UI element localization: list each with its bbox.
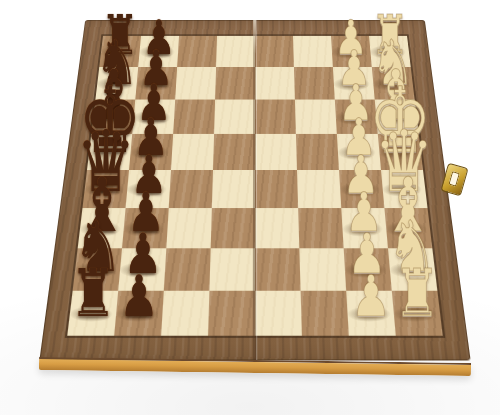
- black-rook[interactable]: ♜: [70, 261, 116, 327]
- photo-stage: ♜♟♟♜♞♟♟♞♝♟♟♝♚♟♟♚♛♟♟♛♝♟♟♝♞♟♟♞♜♟♟♜: [0, 0, 500, 415]
- black-pawn[interactable]: ♟: [119, 269, 159, 326]
- white-pawn[interactable]: ♟: [351, 269, 391, 326]
- latch-hole: [448, 171, 460, 187]
- white-rook[interactable]: ♜: [394, 261, 440, 327]
- pieces-layer: ♜♟♟♜♞♟♟♞♝♟♟♝♚♟♟♚♛♟♟♛♝♟♟♝♞♟♟♞♜♟♟♜: [0, 0, 500, 415]
